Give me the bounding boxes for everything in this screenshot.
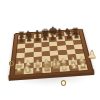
board-grid: ♜♞♝♛♚♝♞♜♟♟♟♟♟♟♟♟♟♟♟♟♟♟♟♟♜♞♝♛♚♝♞♜	[15, 31, 88, 75]
square-a1: ♜	[15, 68, 24, 74]
square-c3	[33, 57, 42, 63]
perspective-stage: ♜♞♝♛♚♝♞♜♟♟♟♟♟♟♟♟♟♟♟♟♟♟♟♟♜♞♝♛♚♝♞♜	[0, 0, 100, 100]
piece-black-king-e8: ♚	[48, 26, 56, 37]
board-tilt-wrapper: ♜♞♝♛♚♝♞♜♟♟♟♟♟♟♟♟♟♟♟♟♟♟♟♟♜♞♝♛♚♝♞♜	[0, 0, 100, 100]
square-h1: ♜	[77, 64, 87, 70]
square-a5	[17, 48, 25, 53]
front-ring-clasp	[61, 80, 66, 86]
square-e5	[49, 46, 58, 51]
chess-board: ♜♞♝♛♚♝♞♜♟♟♟♟♟♟♟♟♟♟♟♟♟♟♟♟♜♞♝♛♚♝♞♜	[9, 29, 94, 79]
piece-black-rook-a8: ♜	[18, 31, 26, 39]
square-h5	[73, 44, 82, 49]
piece-black-knight-b8: ♞	[25, 30, 33, 39]
offboard-white-pawn: ♟	[87, 49, 97, 60]
square-d1: ♛	[42, 67, 51, 73]
piece-black-rook-h8: ♜	[71, 27, 79, 35]
square-c1: ♝	[33, 67, 42, 73]
chess-set-photo: ♜♞♝♛♚♝♞♜♟♟♟♟♟♟♟♟♟♟♟♟♟♟♟♟♜♞♝♛♚♝♞♜ ♟	[0, 0, 100, 100]
square-c4	[33, 52, 41, 58]
square-b1: ♞	[24, 68, 33, 74]
square-d4	[41, 51, 50, 57]
piece-black-bishop-c8: ♝	[33, 29, 41, 38]
